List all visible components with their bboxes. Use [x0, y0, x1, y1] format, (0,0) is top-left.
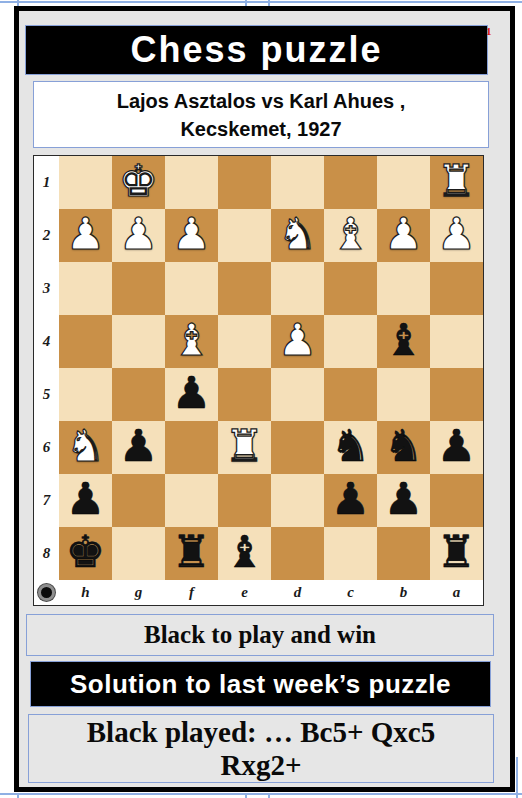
square-a3[interactable]	[430, 262, 483, 315]
piece-wK-g1: ♚	[119, 159, 158, 203]
square-h8[interactable]: ♚	[59, 527, 112, 580]
square-a8[interactable]: ♜	[430, 527, 483, 580]
square-h4[interactable]	[59, 315, 112, 368]
square-b7[interactable]: ♟	[377, 474, 430, 527]
piece-bP-f5: ♟	[172, 371, 211, 415]
black-to-move-indicator	[38, 584, 55, 601]
square-f6[interactable]	[165, 421, 218, 474]
file-label-c: c	[324, 580, 377, 605]
square-a1[interactable]: ♜	[430, 156, 483, 209]
rank-label-3: 3	[34, 262, 59, 315]
square-e1[interactable]	[218, 156, 271, 209]
square-f8[interactable]: ♜	[165, 527, 218, 580]
square-f7[interactable]	[165, 474, 218, 527]
square-h3[interactable]	[59, 262, 112, 315]
square-e6[interactable]: ♜	[218, 421, 271, 474]
square-e8[interactable]: ♝	[218, 527, 271, 580]
rank-label-8: 8	[34, 527, 59, 580]
board-grid[interactable]: 1♚♜2♟♟♟♞♝♟♟34♝♟♝5♟6♞♟♜♞♞♟7♟♟♟8♚♜♝♜hgfedc…	[34, 156, 483, 605]
solution-box: Black played: … Bc5+ Qxc5 Rxg2+	[28, 714, 494, 783]
square-g5[interactable]	[112, 368, 165, 421]
square-f2[interactable]: ♟	[165, 209, 218, 262]
square-h1[interactable]	[59, 156, 112, 209]
piece-bP-a6: ♟	[437, 424, 476, 468]
event-line: Kecskemet, 1927	[180, 115, 341, 143]
square-d4[interactable]: ♟	[271, 315, 324, 368]
square-b3[interactable]	[377, 262, 430, 315]
rank-label-6: 6	[34, 421, 59, 474]
square-d1[interactable]	[271, 156, 324, 209]
square-a7[interactable]	[430, 474, 483, 527]
square-e4[interactable]	[218, 315, 271, 368]
file-label-b: b	[377, 580, 430, 605]
file-label-e: e	[218, 580, 271, 605]
file-label-d: d	[271, 580, 324, 605]
square-d2[interactable]: ♞	[271, 209, 324, 262]
square-c3[interactable]	[324, 262, 377, 315]
note-marker: 1	[486, 25, 492, 37]
solution-moves-line1: Black played: … Bc5+ Qxc5	[87, 716, 435, 749]
square-b6[interactable]: ♞	[377, 421, 430, 474]
guide-line-bottom	[0, 793, 522, 795]
piece-bP-b7: ♟	[384, 477, 423, 521]
rank-label-5: 5	[34, 368, 59, 421]
page-title: Chess puzzle	[130, 29, 382, 71]
square-d5[interactable]	[271, 368, 324, 421]
piece-wR-a1: ♜	[437, 159, 476, 203]
square-g2[interactable]: ♟	[112, 209, 165, 262]
guide-line-top	[0, 1, 522, 3]
piece-wP-d4: ♟	[278, 318, 317, 362]
piece-bP-h7: ♟	[66, 477, 105, 521]
piece-wB-c2: ♝	[331, 212, 370, 256]
square-c8[interactable]	[324, 527, 377, 580]
players-line: Lajos Asztalos vs Karl Ahues ,	[117, 87, 406, 115]
piece-bN-b6: ♞	[384, 424, 423, 468]
task-caption: Black to play and win	[26, 614, 494, 656]
square-f1[interactable]	[165, 156, 218, 209]
square-a5[interactable]	[430, 368, 483, 421]
task-text: Black to play and win	[144, 621, 376, 649]
square-e2[interactable]	[218, 209, 271, 262]
square-g4[interactable]	[112, 315, 165, 368]
square-g7[interactable]	[112, 474, 165, 527]
square-b4[interactable]: ♝	[377, 315, 430, 368]
square-c4[interactable]	[324, 315, 377, 368]
square-d3[interactable]	[271, 262, 324, 315]
guide-tick-bottom-right	[516, 757, 518, 798]
square-a6[interactable]: ♟	[430, 421, 483, 474]
guide-tick-bottom-mid1	[245, 793, 247, 798]
file-label-g: g	[112, 580, 165, 605]
board-panel: 1♚♜2♟♟♟♞♝♟♟34♝♟♝5♟6♞♟♜♞♞♟7♟♟♟8♚♜♝♜hgfedc…	[33, 155, 484, 606]
square-e3[interactable]	[218, 262, 271, 315]
square-d6[interactable]	[271, 421, 324, 474]
file-label-a: a	[430, 580, 483, 605]
piece-bB-b4: ♝	[384, 318, 423, 362]
square-d8[interactable]	[271, 527, 324, 580]
piece-bP-c7: ♟	[331, 477, 370, 521]
square-e7[interactable]	[218, 474, 271, 527]
square-g6[interactable]: ♟	[112, 421, 165, 474]
square-e5[interactable]	[218, 368, 271, 421]
square-f5[interactable]: ♟	[165, 368, 218, 421]
solution-header-bar: Solution to last week’s puzzle	[30, 661, 491, 707]
piece-bN-c6: ♞	[331, 424, 370, 468]
guide-tick-bottom-mid2	[268, 793, 270, 798]
file-label-h: h	[59, 580, 112, 605]
piece-bR-f8: ♜	[172, 530, 211, 574]
piece-bK-h8: ♚	[66, 530, 105, 574]
piece-wN-h6: ♞	[66, 424, 105, 468]
rank-label-7: 7	[34, 474, 59, 527]
square-a4[interactable]	[430, 315, 483, 368]
piece-wP-a2: ♟	[437, 212, 476, 256]
piece-wP-f2: ♟	[172, 212, 211, 256]
square-c5[interactable]	[324, 368, 377, 421]
piece-wR-e6: ♜	[225, 424, 264, 468]
piece-wP-g2: ♟	[119, 212, 158, 256]
square-h2[interactable]: ♟	[59, 209, 112, 262]
square-c1[interactable]	[324, 156, 377, 209]
square-c7[interactable]: ♟	[324, 474, 377, 527]
square-g1[interactable]: ♚	[112, 156, 165, 209]
square-d7[interactable]	[271, 474, 324, 527]
square-f4[interactable]: ♝	[165, 315, 218, 368]
players-box: Lajos Asztalos vs Karl Ahues , Kecskemet…	[33, 81, 489, 148]
title-bar: Chess puzzle	[25, 25, 488, 75]
square-h7[interactable]: ♟	[59, 474, 112, 527]
file-label-f: f	[165, 580, 218, 605]
piece-bR-a8: ♜	[437, 530, 476, 574]
square-c6[interactable]: ♞	[324, 421, 377, 474]
square-b8[interactable]	[377, 527, 430, 580]
page: Chess puzzle 1 Lajos Asztalos vs Karl Ah…	[0, 0, 522, 798]
piece-bB-e8: ♝	[225, 530, 264, 574]
piece-wP-b2: ♟	[384, 212, 423, 256]
square-f3[interactable]	[165, 262, 218, 315]
piece-wB-f4: ♝	[172, 318, 211, 362]
piece-bP-g6: ♟	[119, 424, 158, 468]
to-move-indicator-cell	[34, 580, 59, 605]
rank-label-4: 4	[34, 315, 59, 368]
square-c2[interactable]: ♝	[324, 209, 377, 262]
square-g3[interactable]	[112, 262, 165, 315]
piece-wN-d2: ♞	[278, 212, 317, 256]
square-b5[interactable]	[377, 368, 430, 421]
guide-tick-bottom-left	[17, 793, 19, 798]
square-b1[interactable]	[377, 156, 430, 209]
square-a2[interactable]: ♟	[430, 209, 483, 262]
square-b2[interactable]: ♟	[377, 209, 430, 262]
piece-wP-h2: ♟	[66, 212, 105, 256]
square-g8[interactable]	[112, 527, 165, 580]
square-h5[interactable]	[59, 368, 112, 421]
rank-label-2: 2	[34, 209, 59, 262]
square-h6[interactable]: ♞	[59, 421, 112, 474]
rank-label-1: 1	[34, 156, 59, 209]
solution-header-text: Solution to last week’s puzzle	[70, 669, 451, 700]
solution-moves-line2: Rxg2+	[221, 749, 302, 782]
